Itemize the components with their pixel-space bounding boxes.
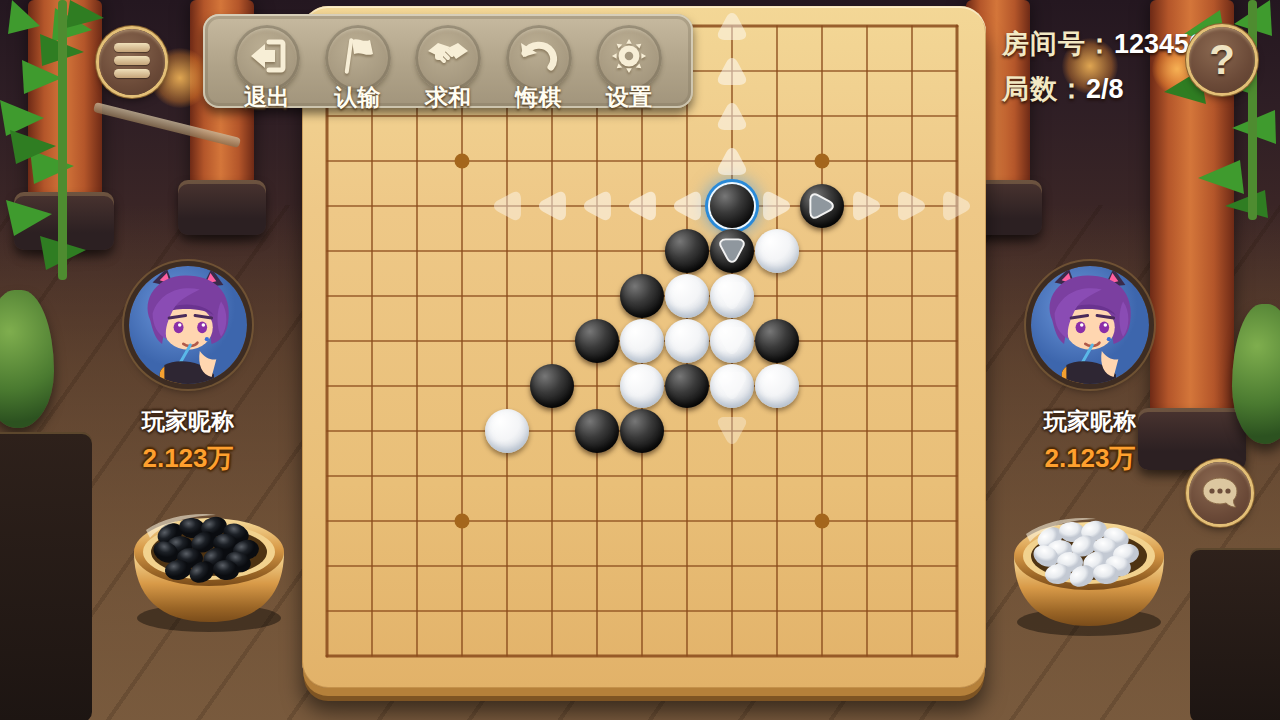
right-player-name: 玩家昵称	[1010, 406, 1170, 437]
black-stone	[575, 409, 619, 453]
resign-button[interactable]: 认输	[314, 14, 402, 108]
black-stone-last-move	[710, 184, 754, 228]
white-stone	[710, 364, 754, 408]
game-screen: 退出认输求和悔棋设置 房间号： 123456 局数： 2/8 ? 玩家昵称 2.…	[0, 0, 1280, 720]
white-stone	[710, 319, 754, 363]
white-stone	[485, 409, 529, 453]
star-point	[815, 154, 830, 169]
white-stone	[620, 364, 664, 408]
resign-button-label: 认输	[314, 82, 402, 113]
black-stone	[755, 319, 799, 363]
black-stone	[665, 364, 709, 408]
white-stone	[620, 319, 664, 363]
menu-button[interactable]	[99, 29, 165, 95]
help-button[interactable]: ?	[1189, 27, 1255, 93]
draw-button-label: 求和	[404, 82, 492, 113]
star-point	[455, 514, 470, 529]
right-player-gold: 2.123万	[1010, 441, 1170, 476]
chat-button[interactable]	[1189, 462, 1251, 524]
left-player-gold: 2.123万	[108, 441, 268, 476]
round-count-label: 局数：	[1002, 71, 1086, 107]
white-stone	[755, 364, 799, 408]
left-player-avatar[interactable]	[129, 266, 247, 384]
white-stone	[665, 319, 709, 363]
flag-icon	[339, 36, 377, 80]
left-corner-stand	[0, 432, 92, 720]
round-count-value: 2/8	[1086, 74, 1124, 105]
black-bowl-art	[126, 500, 292, 636]
left-player-panel: 玩家昵称 2.123万	[108, 266, 268, 476]
room-number-label: 房间号：	[1002, 26, 1114, 62]
black-stone	[800, 184, 844, 228]
black-stone-bowl	[126, 500, 292, 640]
draw-button[interactable]: 求和	[404, 14, 492, 108]
black-stone	[665, 229, 709, 273]
white-stone	[665, 274, 709, 318]
round-count-line: 局数： 2/8	[1002, 71, 1204, 107]
player-avatar-art	[1031, 266, 1149, 384]
exit-button[interactable]: 退出	[223, 14, 311, 108]
toolbar: 退出认输求和悔棋设置	[203, 14, 693, 108]
hamburger-icon	[99, 43, 165, 78]
left-player-name: 玩家昵称	[108, 406, 268, 437]
room-number-line: 房间号： 123456	[1002, 26, 1204, 62]
black-stone	[575, 319, 619, 363]
black-stone	[620, 409, 664, 453]
handshake-icon	[426, 39, 470, 77]
undo-button[interactable]: 悔棋	[495, 14, 583, 108]
undo-button-label: 悔棋	[495, 82, 583, 113]
exit-button-label: 退出	[223, 82, 311, 113]
gear-icon	[610, 37, 648, 79]
star-point	[455, 154, 470, 169]
white-stone	[755, 229, 799, 273]
player-avatar-art	[129, 266, 247, 384]
undo-arrow-icon	[519, 39, 559, 77]
white-bowl-art	[1006, 504, 1172, 640]
black-stone	[620, 274, 664, 318]
settings-button-label: 设置	[585, 82, 673, 113]
right-player-panel: 玩家昵称 2.123万	[1010, 266, 1170, 476]
chat-bubble-icon	[1201, 476, 1239, 510]
star-point	[815, 514, 830, 529]
right-player-avatar[interactable]	[1031, 266, 1149, 384]
room-info: 房间号： 123456 局数： 2/8	[1002, 26, 1204, 107]
black-stone	[530, 364, 574, 408]
settings-button[interactable]: 设置	[585, 14, 673, 108]
question-mark-icon: ?	[1209, 36, 1235, 84]
exit-arrow-icon	[247, 38, 287, 78]
black-stone	[710, 229, 754, 273]
white-stone-bowl	[1006, 504, 1172, 644]
white-stone	[710, 274, 754, 318]
right-corner-stand	[1190, 548, 1280, 720]
left-mid-pillar-base	[178, 180, 266, 235]
